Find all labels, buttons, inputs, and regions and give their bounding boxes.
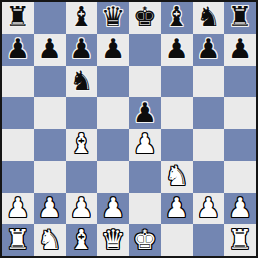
piece-black-pawn[interactable]: ♟ xyxy=(228,35,252,62)
square-f6[interactable] xyxy=(161,66,193,98)
piece-white-pawn[interactable]: ♟ xyxy=(38,194,62,221)
square-b2[interactable]: ♟ xyxy=(34,193,66,225)
square-h6[interactable] xyxy=(224,66,256,98)
chess-board-frame: ♜♝♛♚♝♞♜♟♟♟♟♟♟♟♞♟♝♟♞♟♟♟♟♟♟♟♜♞♝♛♚♜ xyxy=(0,0,258,258)
square-e3[interactable] xyxy=(129,161,161,193)
square-d2[interactable]: ♟ xyxy=(97,193,129,225)
square-b3[interactable] xyxy=(34,161,66,193)
square-a3[interactable] xyxy=(2,161,34,193)
square-f8[interactable]: ♝ xyxy=(161,2,193,34)
piece-white-pawn[interactable]: ♟ xyxy=(165,194,189,221)
piece-white-bishop[interactable]: ♝ xyxy=(69,130,93,157)
piece-black-pawn[interactable]: ♟ xyxy=(165,35,189,62)
square-f2[interactable]: ♟ xyxy=(161,193,193,225)
piece-white-knight[interactable]: ♞ xyxy=(165,162,189,189)
square-c7[interactable]: ♟ xyxy=(66,34,98,66)
square-d1[interactable]: ♛ xyxy=(97,224,129,256)
square-g7[interactable]: ♟ xyxy=(193,34,225,66)
square-e8[interactable]: ♚ xyxy=(129,2,161,34)
square-a4[interactable] xyxy=(2,129,34,161)
square-f7[interactable]: ♟ xyxy=(161,34,193,66)
piece-black-knight[interactable]: ♞ xyxy=(69,67,93,94)
square-h1[interactable]: ♜ xyxy=(224,224,256,256)
piece-black-pawn[interactable]: ♟ xyxy=(38,35,62,62)
piece-white-knight[interactable]: ♞ xyxy=(38,226,62,253)
piece-white-bishop[interactable]: ♝ xyxy=(69,226,93,253)
piece-black-rook[interactable]: ♜ xyxy=(228,3,252,30)
square-e2[interactable] xyxy=(129,193,161,225)
square-f1[interactable] xyxy=(161,224,193,256)
piece-white-pawn[interactable]: ♟ xyxy=(101,194,125,221)
square-b7[interactable]: ♟ xyxy=(34,34,66,66)
square-a7[interactable]: ♟ xyxy=(2,34,34,66)
square-h7[interactable]: ♟ xyxy=(224,34,256,66)
square-e4[interactable]: ♟ xyxy=(129,129,161,161)
piece-white-pawn[interactable]: ♟ xyxy=(133,130,157,157)
square-a5[interactable] xyxy=(2,97,34,129)
square-d7[interactable]: ♟ xyxy=(97,34,129,66)
piece-white-pawn[interactable]: ♟ xyxy=(6,194,30,221)
square-h5[interactable] xyxy=(224,97,256,129)
square-b6[interactable] xyxy=(34,66,66,98)
square-h2[interactable]: ♟ xyxy=(224,193,256,225)
piece-black-pawn[interactable]: ♟ xyxy=(196,35,220,62)
square-g8[interactable]: ♞ xyxy=(193,2,225,34)
piece-black-bishop[interactable]: ♝ xyxy=(165,3,189,30)
piece-white-pawn[interactable]: ♟ xyxy=(228,194,252,221)
square-h3[interactable] xyxy=(224,161,256,193)
square-e5[interactable]: ♟ xyxy=(129,97,161,129)
square-e1[interactable]: ♚ xyxy=(129,224,161,256)
square-e7[interactable] xyxy=(129,34,161,66)
square-e6[interactable] xyxy=(129,66,161,98)
square-a2[interactable]: ♟ xyxy=(2,193,34,225)
square-c6[interactable]: ♞ xyxy=(66,66,98,98)
piece-black-pawn[interactable]: ♟ xyxy=(69,35,93,62)
square-f5[interactable] xyxy=(161,97,193,129)
square-d3[interactable] xyxy=(97,161,129,193)
square-b1[interactable]: ♞ xyxy=(34,224,66,256)
piece-black-pawn[interactable]: ♟ xyxy=(101,35,125,62)
square-a6[interactable] xyxy=(2,66,34,98)
square-a1[interactable]: ♜ xyxy=(2,224,34,256)
square-f3[interactable]: ♞ xyxy=(161,161,193,193)
piece-black-bishop[interactable]: ♝ xyxy=(69,3,93,30)
piece-black-knight[interactable]: ♞ xyxy=(196,3,220,30)
piece-black-pawn[interactable]: ♟ xyxy=(6,35,30,62)
square-c3[interactable] xyxy=(66,161,98,193)
square-h4[interactable] xyxy=(224,129,256,161)
square-d8[interactable]: ♛ xyxy=(97,2,129,34)
piece-white-rook[interactable]: ♜ xyxy=(228,226,252,253)
square-g6[interactable] xyxy=(193,66,225,98)
square-g4[interactable] xyxy=(193,129,225,161)
square-g5[interactable] xyxy=(193,97,225,129)
piece-black-pawn[interactable]: ♟ xyxy=(133,99,157,126)
square-d4[interactable] xyxy=(97,129,129,161)
square-c4[interactable]: ♝ xyxy=(66,129,98,161)
square-b4[interactable] xyxy=(34,129,66,161)
square-b5[interactable] xyxy=(34,97,66,129)
piece-white-king[interactable]: ♚ xyxy=(133,226,157,253)
piece-black-rook[interactable]: ♜ xyxy=(6,3,30,30)
square-a8[interactable]: ♜ xyxy=(2,2,34,34)
square-c8[interactable]: ♝ xyxy=(66,2,98,34)
square-c2[interactable]: ♟ xyxy=(66,193,98,225)
square-g3[interactable] xyxy=(193,161,225,193)
piece-white-queen[interactable]: ♛ xyxy=(101,226,125,253)
square-b8[interactable] xyxy=(34,2,66,34)
square-d5[interactable] xyxy=(97,97,129,129)
piece-white-rook[interactable]: ♜ xyxy=(6,226,30,253)
piece-white-pawn[interactable]: ♟ xyxy=(196,194,220,221)
piece-white-pawn[interactable]: ♟ xyxy=(69,194,93,221)
square-d6[interactable] xyxy=(97,66,129,98)
square-f4[interactable] xyxy=(161,129,193,161)
piece-black-queen[interactable]: ♛ xyxy=(101,3,125,30)
square-g2[interactable]: ♟ xyxy=(193,193,225,225)
square-c1[interactable]: ♝ xyxy=(66,224,98,256)
piece-black-king[interactable]: ♚ xyxy=(133,3,157,30)
square-h8[interactable]: ♜ xyxy=(224,2,256,34)
chess-board: ♜♝♛♚♝♞♜♟♟♟♟♟♟♟♞♟♝♟♞♟♟♟♟♟♟♟♜♞♝♛♚♜ xyxy=(2,2,256,256)
square-g1[interactable] xyxy=(193,224,225,256)
square-c5[interactable] xyxy=(66,97,98,129)
